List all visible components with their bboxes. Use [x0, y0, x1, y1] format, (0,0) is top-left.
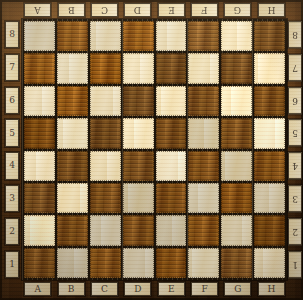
- rank-label-right-2: 2: [288, 218, 302, 245]
- square-f7[interactable]: [188, 53, 219, 83]
- rank-label-left-cell: 3: [5, 183, 19, 214]
- rank-label-left-cell: 5: [5, 118, 19, 149]
- square-c8[interactable]: [90, 21, 121, 51]
- square-g3[interactable]: [221, 183, 252, 213]
- square-b1[interactable]: [57, 248, 88, 278]
- square-d2[interactable]: [123, 215, 154, 245]
- rank-label-left-cell: 1: [5, 249, 19, 280]
- square-a8[interactable]: [24, 21, 55, 51]
- file-label-top-cell: D: [122, 3, 153, 17]
- file-label-bottom-cell: A: [22, 282, 53, 296]
- square-b5[interactable]: [57, 118, 88, 148]
- square-g2[interactable]: [221, 215, 252, 245]
- rank-label-right-cell: 8: [288, 19, 302, 50]
- file-label-bottom-h: H: [258, 282, 285, 296]
- file-label-top-a: A: [24, 3, 51, 17]
- square-f6[interactable]: [188, 86, 219, 116]
- square-a1[interactable]: [24, 248, 55, 278]
- file-label-bottom-c: C: [91, 282, 118, 296]
- square-e6[interactable]: [156, 86, 187, 116]
- square-c2[interactable]: [90, 215, 121, 245]
- square-e7[interactable]: [156, 53, 187, 83]
- file-label-top-cell: A: [22, 3, 53, 17]
- square-g5[interactable]: [221, 118, 252, 148]
- file-label-bottom-b: B: [58, 282, 85, 296]
- file-label-top-cell: H: [256, 3, 287, 17]
- file-label-bottom-d: D: [124, 282, 151, 296]
- rank-label-left-3: 3: [5, 185, 19, 212]
- file-label-bottom-f: F: [191, 282, 218, 296]
- file-label-top-d: D: [124, 3, 151, 17]
- file-label-top-cell: C: [89, 3, 120, 17]
- file-label-top-h: H: [258, 3, 285, 17]
- square-c1[interactable]: [90, 248, 121, 278]
- square-b3[interactable]: [57, 183, 88, 213]
- rank-label-left-6: 6: [5, 87, 19, 114]
- rank-labels-left: 87654321: [5, 19, 19, 280]
- square-a4[interactable]: [24, 151, 55, 181]
- square-a5[interactable]: [24, 118, 55, 148]
- square-b4[interactable]: [57, 151, 88, 181]
- rank-label-right-8: 8: [288, 21, 302, 48]
- chess-board: [22, 19, 287, 280]
- square-d4[interactable]: [123, 151, 154, 181]
- file-label-top-g: G: [224, 3, 251, 17]
- square-h7[interactable]: [254, 53, 285, 83]
- file-label-bottom-g: G: [224, 282, 251, 296]
- rank-label-left-cell: 2: [5, 216, 19, 247]
- square-h2[interactable]: [254, 215, 285, 245]
- rank-label-right-cell: 6: [288, 85, 302, 116]
- file-label-top-cell: F: [189, 3, 220, 17]
- file-label-bottom-cell: F: [189, 282, 220, 296]
- square-h4[interactable]: [254, 151, 285, 181]
- square-a3[interactable]: [24, 183, 55, 213]
- rank-label-right-5: 5: [288, 119, 302, 146]
- rank-label-left-1: 1: [5, 251, 19, 278]
- square-f8[interactable]: [188, 21, 219, 51]
- square-d5[interactable]: [123, 118, 154, 148]
- rank-label-right-cell: 7: [288, 52, 302, 83]
- file-label-top-c: C: [91, 3, 118, 17]
- rank-label-left-2: 2: [5, 218, 19, 245]
- file-label-top-f: F: [191, 3, 218, 17]
- square-g4[interactable]: [221, 151, 252, 181]
- square-d7[interactable]: [123, 53, 154, 83]
- square-g8[interactable]: [221, 21, 252, 51]
- square-b8[interactable]: [57, 21, 88, 51]
- chessboard-photo: ABCDEFGH ABCDEFGH 87654321 87654321: [0, 0, 303, 300]
- square-h3[interactable]: [254, 183, 285, 213]
- square-f5[interactable]: [188, 118, 219, 148]
- file-labels-bottom: ABCDEFGH: [22, 282, 287, 296]
- file-label-top-b: B: [58, 3, 85, 17]
- square-h8[interactable]: [254, 21, 285, 51]
- rank-label-left-cell: 7: [5, 52, 19, 83]
- square-e4[interactable]: [156, 151, 187, 181]
- square-c4[interactable]: [90, 151, 121, 181]
- rank-label-left-cell: 8: [5, 19, 19, 50]
- square-a6[interactable]: [24, 86, 55, 116]
- square-d1[interactable]: [123, 248, 154, 278]
- square-f3[interactable]: [188, 183, 219, 213]
- rank-label-right-cell: 5: [288, 118, 302, 149]
- square-c3[interactable]: [90, 183, 121, 213]
- rank-label-right-cell: 2: [288, 216, 302, 247]
- square-h5[interactable]: [254, 118, 285, 148]
- rank-label-left-7: 7: [5, 54, 19, 81]
- rank-label-left-cell: 6: [5, 85, 19, 116]
- square-d8[interactable]: [123, 21, 154, 51]
- square-h6[interactable]: [254, 86, 285, 116]
- file-label-top-e: E: [158, 3, 185, 17]
- file-label-bottom-cell: G: [222, 282, 253, 296]
- rank-label-left-4: 4: [5, 152, 19, 179]
- rank-labels-right: 87654321: [288, 19, 302, 280]
- square-e1[interactable]: [156, 248, 187, 278]
- file-label-bottom-e: E: [158, 282, 185, 296]
- rank-label-right-1: 1: [288, 251, 302, 278]
- square-d6[interactable]: [123, 86, 154, 116]
- square-h1[interactable]: [254, 248, 285, 278]
- file-labels-top: ABCDEFGH: [22, 3, 287, 17]
- rank-label-right-cell: 4: [288, 151, 302, 182]
- file-label-top-cell: B: [55, 3, 86, 17]
- square-b2[interactable]: [57, 215, 88, 245]
- file-label-bottom-cell: B: [55, 282, 86, 296]
- rank-label-left-8: 8: [5, 21, 19, 48]
- rank-label-right-3: 3: [288, 185, 302, 212]
- rank-label-right-7: 7: [288, 54, 302, 81]
- square-b7[interactable]: [57, 53, 88, 83]
- square-c7[interactable]: [90, 53, 121, 83]
- rank-label-right-cell: 3: [288, 183, 302, 214]
- square-g7[interactable]: [221, 53, 252, 83]
- rank-label-right-4: 4: [288, 152, 302, 179]
- square-d3[interactable]: [123, 183, 154, 213]
- square-c5[interactable]: [90, 118, 121, 148]
- square-a7[interactable]: [24, 53, 55, 83]
- square-e8[interactable]: [156, 21, 187, 51]
- square-e3[interactable]: [156, 183, 187, 213]
- square-g6[interactable]: [221, 86, 252, 116]
- file-label-bottom-cell: E: [156, 282, 187, 296]
- square-b6[interactable]: [57, 86, 88, 116]
- square-e5[interactable]: [156, 118, 187, 148]
- square-a2[interactable]: [24, 215, 55, 245]
- rank-label-right-cell: 1: [288, 249, 302, 280]
- square-f2[interactable]: [188, 215, 219, 245]
- square-f1[interactable]: [188, 248, 219, 278]
- file-label-bottom-cell: D: [122, 282, 153, 296]
- file-label-bottom-cell: H: [256, 282, 287, 296]
- rank-label-left-5: 5: [5, 119, 19, 146]
- file-label-bottom-cell: C: [89, 282, 120, 296]
- square-g1[interactable]: [221, 248, 252, 278]
- file-label-bottom-a: A: [24, 282, 51, 296]
- file-label-top-cell: G: [222, 3, 253, 17]
- file-label-top-cell: E: [156, 3, 187, 17]
- rank-label-right-6: 6: [288, 87, 302, 114]
- square-e2[interactable]: [156, 215, 187, 245]
- square-f4[interactable]: [188, 151, 219, 181]
- square-c6[interactable]: [90, 86, 121, 116]
- rank-label-left-cell: 4: [5, 151, 19, 182]
